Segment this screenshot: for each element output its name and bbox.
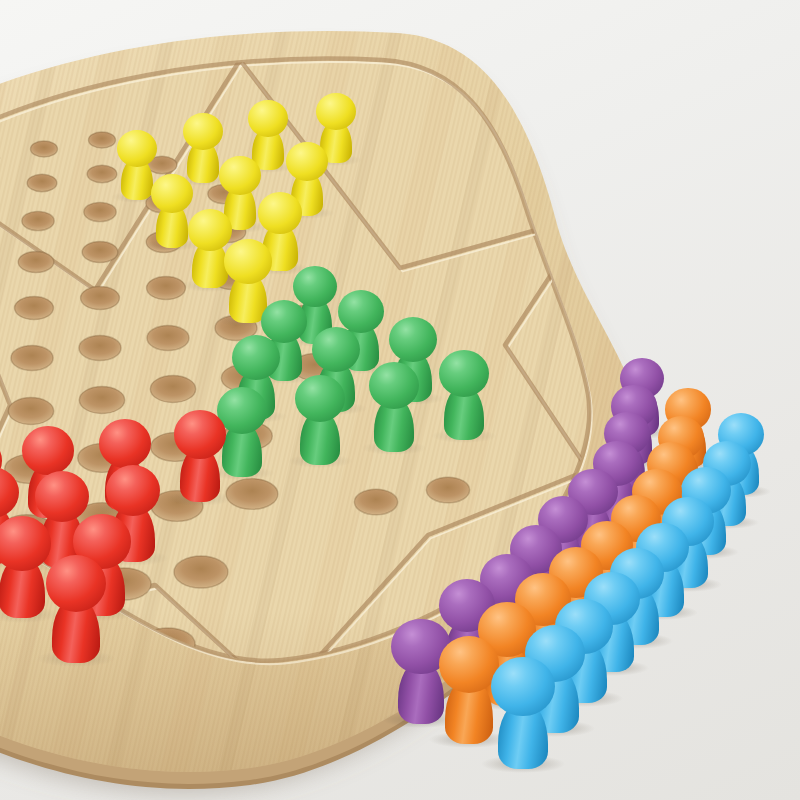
peg-head bbox=[219, 156, 261, 195]
board-hole[interactable] bbox=[89, 132, 116, 148]
peg-head bbox=[232, 335, 280, 380]
board-hole[interactable] bbox=[31, 141, 58, 157]
peg-head bbox=[248, 100, 287, 137]
peg-head bbox=[151, 174, 193, 213]
peg-head bbox=[174, 410, 226, 459]
peg-head bbox=[224, 239, 271, 284]
board-hole[interactable] bbox=[84, 202, 116, 221]
peg-head bbox=[369, 362, 420, 410]
board-hole[interactable] bbox=[27, 174, 57, 192]
board-hole[interactable] bbox=[82, 241, 118, 262]
peg-red[interactable] bbox=[172, 410, 227, 502]
board-hole[interactable] bbox=[15, 296, 54, 319]
peg-head bbox=[0, 467, 19, 518]
board-hole[interactable] bbox=[18, 251, 54, 272]
board-hole[interactable] bbox=[79, 336, 121, 361]
peg-head bbox=[183, 113, 222, 150]
board-hole[interactable] bbox=[22, 211, 54, 230]
peg-head bbox=[46, 555, 107, 612]
peg-head bbox=[389, 317, 437, 362]
peg-red[interactable] bbox=[44, 555, 109, 663]
peg-head bbox=[117, 130, 156, 167]
peg-head bbox=[106, 465, 161, 516]
peg-head bbox=[439, 350, 490, 398]
peg-head bbox=[295, 375, 346, 423]
board-hole[interactable] bbox=[147, 326, 189, 351]
peg-head bbox=[286, 142, 328, 181]
peg-head bbox=[491, 657, 554, 716]
peg-green[interactable] bbox=[367, 362, 421, 452]
peg-head bbox=[99, 419, 151, 468]
peg-blue[interactable] bbox=[489, 657, 556, 769]
peg-head bbox=[312, 327, 360, 372]
scene bbox=[0, 0, 800, 800]
peg-head bbox=[22, 426, 74, 475]
peg-head bbox=[316, 93, 355, 130]
board-hole[interactable] bbox=[147, 276, 186, 299]
board-hole[interactable] bbox=[11, 346, 53, 371]
board-hole[interactable] bbox=[81, 286, 120, 309]
peg-green[interactable] bbox=[437, 350, 491, 440]
peg-green[interactable] bbox=[293, 375, 347, 465]
peg-head bbox=[258, 192, 303, 234]
board-hole[interactable] bbox=[87, 165, 117, 183]
